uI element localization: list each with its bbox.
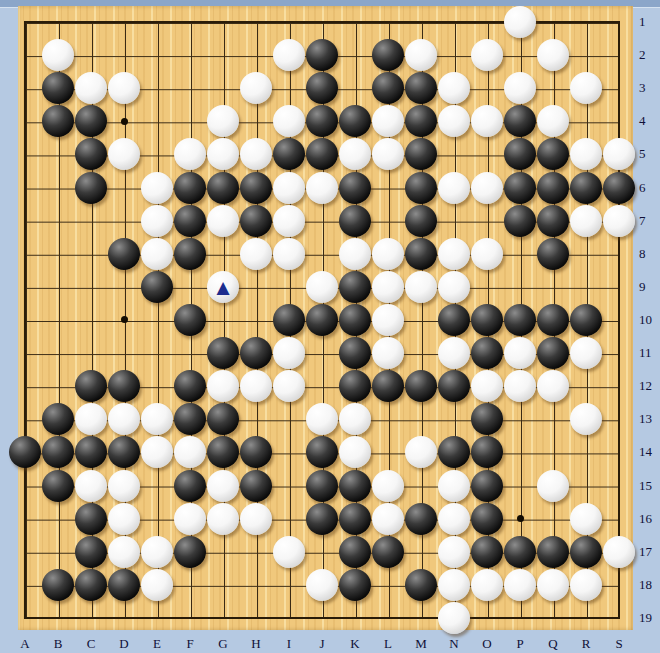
stone-D18[interactable] bbox=[108, 569, 140, 601]
stone-O2[interactable] bbox=[471, 39, 503, 71]
stone-Q17[interactable] bbox=[537, 536, 569, 568]
column-label-I: I bbox=[279, 636, 299, 652]
stone-N19[interactable] bbox=[438, 602, 470, 634]
stone-M7[interactable] bbox=[405, 205, 437, 237]
column-label-R: R bbox=[576, 636, 596, 652]
column-label-Q: Q bbox=[543, 636, 563, 652]
row-label-1: 1 bbox=[639, 14, 660, 30]
stone-K12[interactable] bbox=[339, 370, 371, 402]
column-label-L: L bbox=[378, 636, 398, 652]
stone-C3[interactable] bbox=[75, 72, 107, 104]
row-label-13: 13 bbox=[639, 411, 660, 427]
star-point bbox=[121, 118, 128, 125]
stone-E9[interactable] bbox=[141, 271, 173, 303]
column-label-N: N bbox=[444, 636, 464, 652]
stone-L15[interactable] bbox=[372, 470, 404, 502]
stone-K17[interactable] bbox=[339, 536, 371, 568]
stone-J6[interactable] bbox=[306, 172, 338, 204]
stone-I2[interactable] bbox=[273, 39, 305, 71]
stone-J3[interactable] bbox=[306, 72, 338, 104]
row-label-10: 10 bbox=[639, 312, 660, 328]
stone-E7[interactable] bbox=[141, 205, 173, 237]
stone-G16[interactable] bbox=[207, 503, 239, 535]
stone-J10[interactable] bbox=[306, 304, 338, 336]
stone-O11[interactable] bbox=[471, 337, 503, 369]
stone-D17[interactable] bbox=[108, 536, 140, 568]
stone-H11[interactable] bbox=[240, 337, 272, 369]
stone-E6[interactable] bbox=[141, 172, 173, 204]
stone-E8[interactable] bbox=[141, 238, 173, 270]
stone-L11[interactable] bbox=[372, 337, 404, 369]
stone-M8[interactable] bbox=[405, 238, 437, 270]
column-label-O: O bbox=[477, 636, 497, 652]
column-label-G: G bbox=[213, 636, 233, 652]
stone-K8[interactable] bbox=[339, 238, 371, 270]
stone-G9[interactable]: ▲ bbox=[207, 271, 239, 303]
stone-R6[interactable] bbox=[570, 172, 602, 204]
stone-C18[interactable] bbox=[75, 569, 107, 601]
stone-F12[interactable] bbox=[174, 370, 206, 402]
stone-H3[interactable] bbox=[240, 72, 272, 104]
stone-S17[interactable] bbox=[603, 536, 635, 568]
stone-K18[interactable] bbox=[339, 569, 371, 601]
stone-P12[interactable] bbox=[504, 370, 536, 402]
stone-G11[interactable] bbox=[207, 337, 239, 369]
stone-Q10[interactable] bbox=[537, 304, 569, 336]
stone-Q11[interactable] bbox=[537, 337, 569, 369]
stone-L12[interactable] bbox=[372, 370, 404, 402]
row-label-4: 4 bbox=[639, 113, 660, 129]
stone-R16[interactable] bbox=[570, 503, 602, 535]
stone-L16[interactable] bbox=[372, 503, 404, 535]
stone-J18[interactable] bbox=[306, 569, 338, 601]
stone-H8[interactable] bbox=[240, 238, 272, 270]
stone-I12[interactable] bbox=[273, 370, 305, 402]
column-label-S: S bbox=[609, 636, 629, 652]
stone-Q8[interactable] bbox=[537, 238, 569, 270]
stone-I6[interactable] bbox=[273, 172, 305, 204]
stone-L8[interactable] bbox=[372, 238, 404, 270]
stone-F7[interactable] bbox=[174, 205, 206, 237]
stone-L3[interactable] bbox=[372, 72, 404, 104]
stone-N18[interactable] bbox=[438, 569, 470, 601]
row-label-3: 3 bbox=[639, 80, 660, 96]
column-label-J: J bbox=[312, 636, 332, 652]
stone-M16[interactable] bbox=[405, 503, 437, 535]
stone-S6[interactable] bbox=[603, 172, 635, 204]
stone-L9[interactable] bbox=[372, 271, 404, 303]
row-label-15: 15 bbox=[639, 478, 660, 494]
stone-D8[interactable] bbox=[108, 238, 140, 270]
stone-D12[interactable] bbox=[108, 370, 140, 402]
stone-N10[interactable] bbox=[438, 304, 470, 336]
stone-C12[interactable] bbox=[75, 370, 107, 402]
row-label-7: 7 bbox=[639, 213, 660, 229]
stone-O18[interactable] bbox=[471, 569, 503, 601]
column-label-F: F bbox=[180, 636, 200, 652]
stone-N16[interactable] bbox=[438, 503, 470, 535]
stone-B3[interactable] bbox=[42, 72, 74, 104]
row-label-2: 2 bbox=[639, 47, 660, 63]
stone-I8[interactable] bbox=[273, 238, 305, 270]
stone-N8[interactable] bbox=[438, 238, 470, 270]
stone-F10[interactable] bbox=[174, 304, 206, 336]
stone-R7[interactable] bbox=[570, 205, 602, 237]
stone-M18[interactable] bbox=[405, 569, 437, 601]
triangle-marker-icon: ▲ bbox=[207, 271, 239, 303]
stone-O15[interactable] bbox=[471, 470, 503, 502]
stone-H12[interactable] bbox=[240, 370, 272, 402]
stone-B18[interactable] bbox=[42, 569, 74, 601]
stone-N17[interactable] bbox=[438, 536, 470, 568]
stone-P10[interactable] bbox=[504, 304, 536, 336]
stone-R3[interactable] bbox=[570, 72, 602, 104]
stone-K16[interactable] bbox=[339, 503, 371, 535]
stone-J16[interactable] bbox=[306, 503, 338, 535]
stone-M2[interactable] bbox=[405, 39, 437, 71]
stone-O6[interactable] bbox=[471, 172, 503, 204]
stone-N9[interactable] bbox=[438, 271, 470, 303]
stone-L2[interactable] bbox=[372, 39, 404, 71]
stone-D15[interactable] bbox=[108, 470, 140, 502]
stone-J15[interactable] bbox=[306, 470, 338, 502]
star-point bbox=[517, 515, 524, 522]
stone-N11[interactable] bbox=[438, 337, 470, 369]
column-label-B: B bbox=[48, 636, 68, 652]
stone-I10[interactable] bbox=[273, 304, 305, 336]
stone-H16[interactable] bbox=[240, 503, 272, 535]
stone-M6[interactable] bbox=[405, 172, 437, 204]
stone-M3[interactable] bbox=[405, 72, 437, 104]
row-label-9: 9 bbox=[639, 279, 660, 295]
stone-O10[interactable] bbox=[471, 304, 503, 336]
stone-P17[interactable] bbox=[504, 536, 536, 568]
row-label-17: 17 bbox=[639, 544, 660, 560]
row-label-8: 8 bbox=[639, 246, 660, 262]
row-label-12: 12 bbox=[639, 378, 660, 394]
stone-Q7[interactable] bbox=[537, 205, 569, 237]
stone-N15[interactable] bbox=[438, 470, 470, 502]
stone-R18[interactable] bbox=[570, 569, 602, 601]
stone-I17[interactable] bbox=[273, 536, 305, 568]
stone-O17[interactable] bbox=[471, 536, 503, 568]
stone-O12[interactable] bbox=[471, 370, 503, 402]
stone-D3[interactable] bbox=[108, 72, 140, 104]
stone-S7[interactable] bbox=[603, 205, 635, 237]
stone-O16[interactable] bbox=[471, 503, 503, 535]
stone-Q6[interactable] bbox=[537, 172, 569, 204]
stone-F17[interactable] bbox=[174, 536, 206, 568]
stone-N12[interactable] bbox=[438, 370, 470, 402]
stone-F15[interactable] bbox=[174, 470, 206, 502]
stone-L10[interactable] bbox=[372, 304, 404, 336]
stone-C15[interactable] bbox=[75, 470, 107, 502]
stone-J2[interactable] bbox=[306, 39, 338, 71]
stone-C6[interactable] bbox=[75, 172, 107, 204]
column-label-M: M bbox=[411, 636, 431, 652]
stone-P1[interactable] bbox=[504, 6, 536, 38]
stone-J9[interactable] bbox=[306, 271, 338, 303]
row-label-5: 5 bbox=[639, 146, 660, 162]
column-label-D: D bbox=[114, 636, 134, 652]
stone-I7[interactable] bbox=[273, 205, 305, 237]
stone-K6[interactable] bbox=[339, 172, 371, 204]
stone-M9[interactable] bbox=[405, 271, 437, 303]
stone-R10[interactable] bbox=[570, 304, 602, 336]
stone-O8[interactable] bbox=[471, 238, 503, 270]
stone-D16[interactable] bbox=[108, 503, 140, 535]
stone-P18[interactable] bbox=[504, 569, 536, 601]
stone-G6[interactable] bbox=[207, 172, 239, 204]
stone-K15[interactable] bbox=[339, 470, 371, 502]
stone-F16[interactable] bbox=[174, 503, 206, 535]
row-label-16: 16 bbox=[639, 511, 660, 527]
stone-N3[interactable] bbox=[438, 72, 470, 104]
row-label-18: 18 bbox=[639, 577, 660, 593]
stone-C16[interactable] bbox=[75, 503, 107, 535]
stone-K10[interactable] bbox=[339, 304, 371, 336]
row-label-6: 6 bbox=[639, 180, 660, 196]
stone-H15[interactable] bbox=[240, 470, 272, 502]
stone-Q12[interactable] bbox=[537, 370, 569, 402]
stone-P11[interactable] bbox=[504, 337, 536, 369]
stone-K11[interactable] bbox=[339, 337, 371, 369]
stone-P7[interactable] bbox=[504, 205, 536, 237]
stone-Q18[interactable] bbox=[537, 569, 569, 601]
stone-R17[interactable] bbox=[570, 536, 602, 568]
stone-F8[interactable] bbox=[174, 238, 206, 270]
stone-N6[interactable] bbox=[438, 172, 470, 204]
stone-K7[interactable] bbox=[339, 205, 371, 237]
stone-C17[interactable] bbox=[75, 536, 107, 568]
stone-P3[interactable] bbox=[504, 72, 536, 104]
column-label-P: P bbox=[510, 636, 530, 652]
stone-L17[interactable] bbox=[372, 536, 404, 568]
stone-G7[interactable] bbox=[207, 205, 239, 237]
column-label-A: A bbox=[15, 636, 35, 652]
row-label-14: 14 bbox=[639, 444, 660, 460]
column-label-K: K bbox=[345, 636, 365, 652]
stone-Q2[interactable] bbox=[537, 39, 569, 71]
stone-K9[interactable] bbox=[339, 271, 371, 303]
column-label-E: E bbox=[147, 636, 167, 652]
stone-I11[interactable] bbox=[273, 337, 305, 369]
stone-E18[interactable] bbox=[141, 569, 173, 601]
stone-R11[interactable] bbox=[570, 337, 602, 369]
stone-Q15[interactable] bbox=[537, 470, 569, 502]
stone-G15[interactable] bbox=[207, 470, 239, 502]
column-label-C: C bbox=[81, 636, 101, 652]
stone-E17[interactable] bbox=[141, 536, 173, 568]
stone-B2[interactable] bbox=[42, 39, 74, 71]
stone-F6[interactable] bbox=[174, 172, 206, 204]
stone-G12[interactable] bbox=[207, 370, 239, 402]
stone-H6[interactable] bbox=[240, 172, 272, 204]
stone-H7[interactable] bbox=[240, 205, 272, 237]
stone-M12[interactable] bbox=[405, 370, 437, 402]
stone-P6[interactable] bbox=[504, 172, 536, 204]
row-label-19: 19 bbox=[639, 610, 660, 626]
stone-B15[interactable] bbox=[42, 470, 74, 502]
column-label-H: H bbox=[246, 636, 266, 652]
row-label-11: 11 bbox=[639, 345, 660, 361]
